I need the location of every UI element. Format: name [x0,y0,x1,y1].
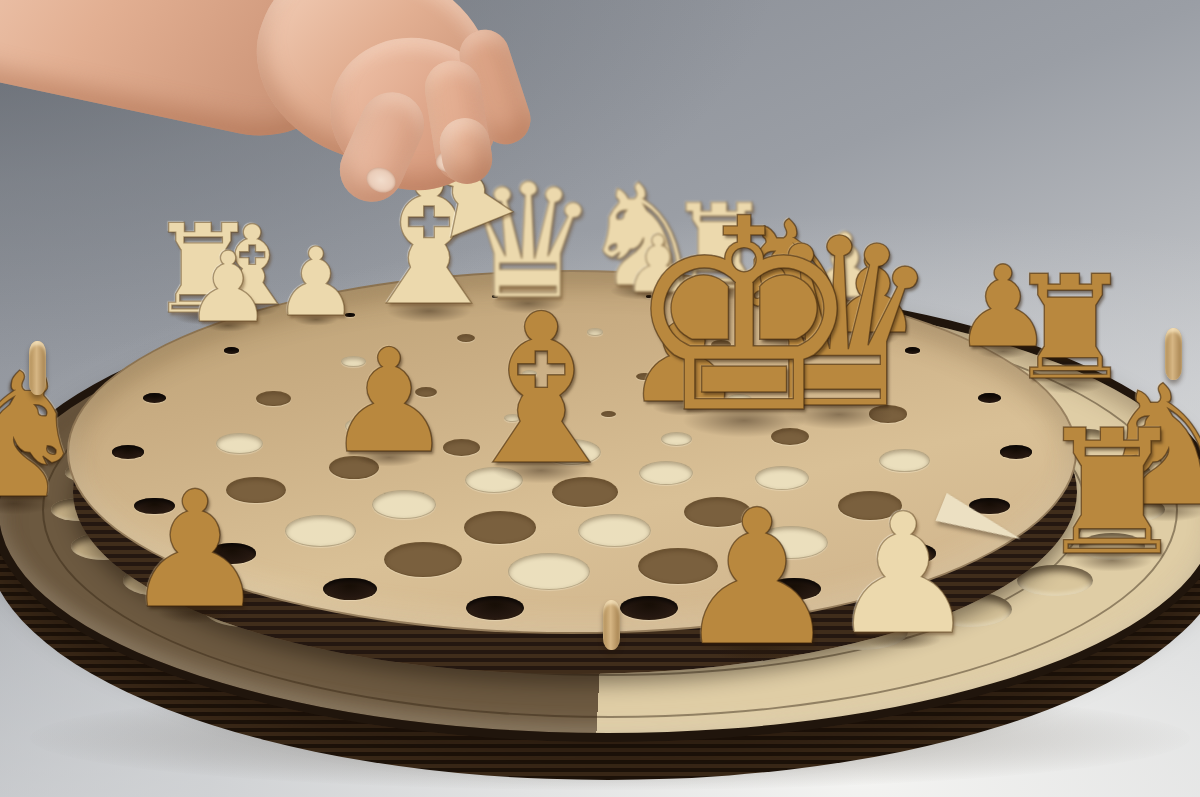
disc-rim-hole [978,393,1001,403]
wooden-peg[interactable] [1165,328,1182,380]
dark-pawn-glyph: ♟ [123,488,268,614]
disc-cell[interactable] [464,511,536,544]
dark-bishop-glyph: ♝ [448,310,634,472]
disc-rim-hole [466,596,524,620]
piece-dark-pawn[interactable]: ♟ [126,488,265,614]
disc-cell[interactable] [578,514,651,547]
piece-dark-king[interactable]: ♚ [630,214,859,422]
disc-cell[interactable] [216,433,263,454]
piece-dark-rook[interactable]: ♜ [1038,427,1187,562]
disc-cell[interactable] [285,515,356,547]
dark-pawn-glyph: ♟ [673,506,841,652]
light-pawn-glyph: ♟ [274,246,359,320]
light-pawn-glyph: ♟ [828,510,977,640]
disc-rim-hole [224,347,239,353]
dark-rook-glyph: ♜ [1035,427,1190,562]
dark-knight-glyph: ♞ [0,370,91,505]
disc-cell[interactable] [372,490,436,519]
piece-dark-pawn[interactable]: ♟ [677,506,838,652]
dark-pawn-glyph: ♟ [325,346,454,458]
piece-dark-bishop[interactable]: ♝ [452,310,630,472]
disc-cell[interactable] [384,542,462,577]
piece-light-pawn[interactable]: ♟ [186,250,270,326]
piece-light-pawn[interactable]: ♟ [275,246,356,320]
piece-light-pawn[interactable]: ♟ [832,510,975,640]
wooden-peg[interactable] [29,341,46,395]
dark-king-glyph: ♚ [625,214,864,422]
disc-rim-hole [143,393,166,403]
light-pawn-glyph: ♟ [184,250,271,326]
disc-cell[interactable] [508,553,590,590]
disc-rim-hole [1000,445,1032,458]
wooden-peg[interactable] [603,600,620,650]
piece-dark-pawn[interactable]: ♟ [327,346,450,458]
disc-cell[interactable] [256,391,290,407]
disc-rim-hole [620,596,678,620]
photo-scene: ♝♞♜♟♟♛♝♝♜♟♟♟♞♟♜♟♛♚♟♝♞♞♜♟♟♟ [0,0,1200,797]
disc-rim-hole [323,578,378,601]
